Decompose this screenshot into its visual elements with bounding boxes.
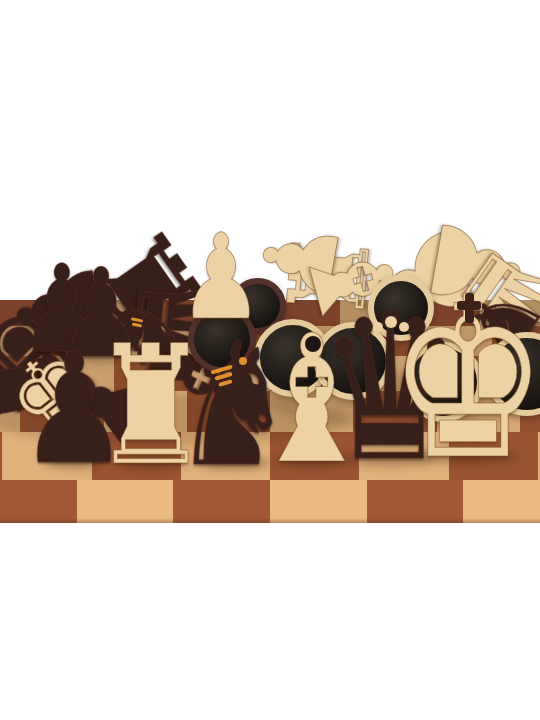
bishop-finial-ball xyxy=(305,336,321,352)
scene: ♚♜♜♟♛♝♝♚♞♜♟♝♟♟♛♞♟♟♟♟♜♞♝♛♚ xyxy=(0,0,540,720)
king-cross xyxy=(457,293,481,323)
queen-crown-ball-left xyxy=(373,322,383,332)
fallen-knight-mane-stripes-bar xyxy=(132,323,142,328)
king-cross-horizontal xyxy=(457,301,481,310)
knight-mane-stripes-bar xyxy=(218,379,233,387)
queen-crown-ball-right xyxy=(399,322,409,332)
queen-crown-ball-center xyxy=(385,316,397,328)
fallen-knight-mane-stripes xyxy=(125,317,161,353)
knight-eye xyxy=(239,357,247,365)
